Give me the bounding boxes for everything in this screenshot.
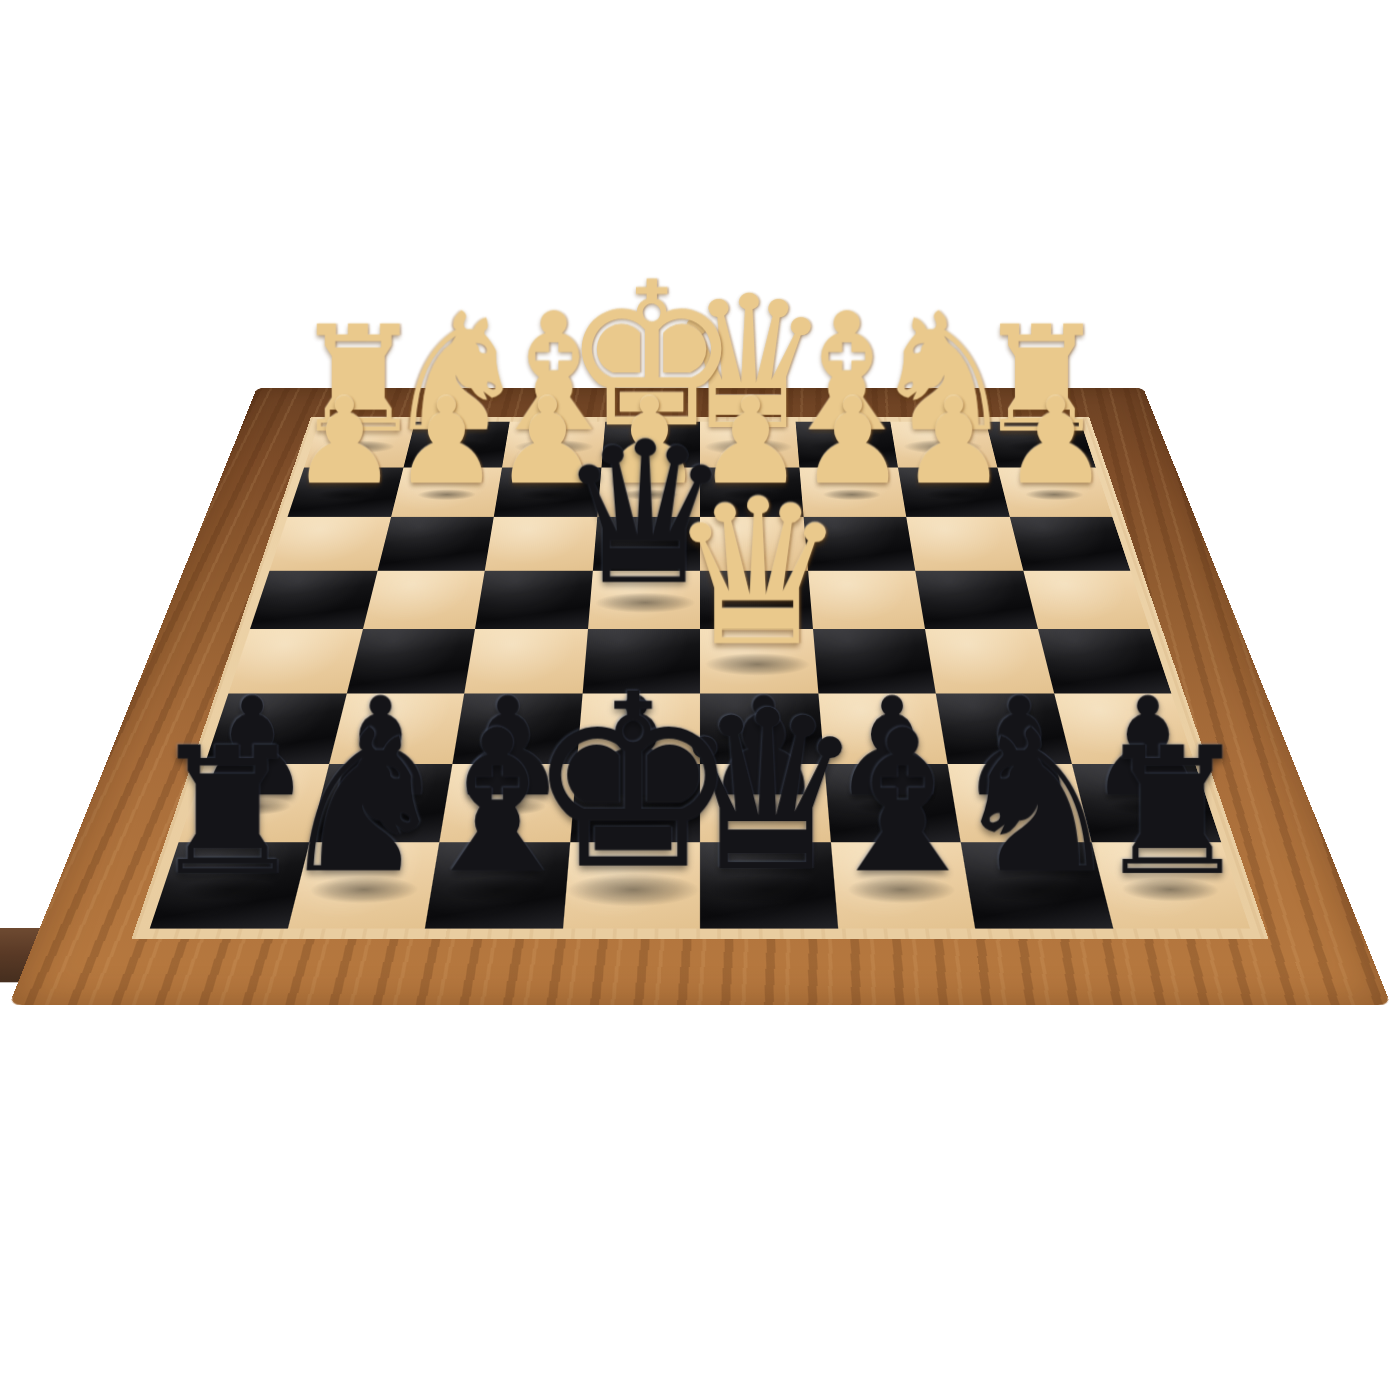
white-pawn-glyph: ♟	[1002, 385, 1109, 498]
chess-board: ♜♞♝♚♛♝♞♜♟♟♟♟♟♟♟♟♛♛♟♟♟♟♟♟♟♟♜♞♝♚♛♝♞♜	[9, 388, 1391, 1006]
piece-white-pawn[interactable]: ♟	[288, 467, 404, 516]
white-pawn-glyph: ♟	[291, 385, 398, 498]
board-play-area: ♜♞♝♚♛♝♞♜♟♟♟♟♟♟♟♟♛♛♟♟♟♟♟♟♟♟♜♞♝♚♛♝♞♜	[150, 422, 1251, 929]
board-border-strip: ♜♞♝♚♛♝♞♜♟♟♟♟♟♟♟♟♛♛♟♟♟♟♟♟♟♟♜♞♝♚♛♝♞♜	[132, 417, 1269, 939]
piece-white-pawn[interactable]: ♟	[898, 467, 1009, 516]
piece-white-pawn[interactable]: ♟	[391, 467, 502, 516]
black-knight-glyph: ♞	[949, 710, 1125, 897]
white-pawn-glyph: ♟	[393, 385, 500, 498]
pieces-layer: ♜♞♝♚♛♝♞♜♟♟♟♟♟♟♟♟♛♛♟♟♟♟♟♟♟♟♜♞♝♚♛♝♞♜	[150, 422, 1251, 929]
piece-black-king[interactable]: ♚	[562, 842, 700, 929]
white-queen-glyph: ♛	[667, 478, 848, 670]
piece-black-knight[interactable]: ♞	[961, 842, 1113, 929]
piece-white-pawn[interactable]: ♟	[997, 467, 1113, 516]
black-king-glyph: ♚	[525, 669, 740, 897]
scene: ♜♞♝♚♛♝♞♜♟♟♟♟♟♟♟♟♛♛♟♟♟♟♟♟♟♟♜♞♝♚♛♝♞♜	[0, 0, 1400, 1400]
white-pawn-glyph: ♟	[901, 385, 1008, 498]
